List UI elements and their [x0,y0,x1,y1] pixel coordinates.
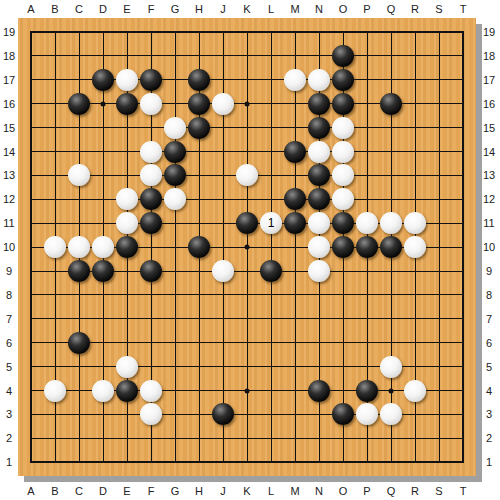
coord-label-left-2: 2 [6,432,12,444]
stone-white-R4 [404,380,426,402]
go-board[interactable]: 1 [18,18,476,476]
stone-white-D4 [92,380,114,402]
stone-black-Q16 [380,93,402,115]
coord-label-top-P: P [363,3,370,15]
coord-label-right-13: 13 [483,169,495,181]
coord-label-left-5: 5 [6,361,12,373]
coord-label-left-1: 1 [6,456,12,468]
coord-label-top-J: J [220,3,226,15]
coord-label-top-F: F [148,3,155,15]
star-point [245,388,250,393]
coord-label-bottom-O: O [339,485,348,497]
stone-black-N12 [308,188,330,210]
coord-label-left-7: 7 [6,313,12,325]
coord-label-left-11: 11 [3,217,14,229]
stone-black-O3 [332,403,354,425]
coord-label-top-S: S [435,3,442,15]
star-point [101,101,106,106]
coord-label-right-5: 5 [486,361,492,373]
grid-line-horizontal [30,438,464,439]
stone-white-O12 [332,188,354,210]
coord-label-bottom-C: C [75,485,83,497]
coord-label-left-15: 15 [3,122,15,134]
stone-white-N10 [308,236,330,258]
stone-black-E16 [116,93,138,115]
stone-white-B10 [44,236,66,258]
stone-black-M12 [284,188,306,210]
star-point [245,101,250,106]
coord-label-top-R: R [411,3,419,15]
stone-black-C6 [68,332,90,354]
grid-line-vertical [462,31,464,463]
stone-white-J9 [212,260,234,282]
stone-white-R10 [404,236,426,258]
coord-label-right-4: 4 [486,385,492,397]
stone-black-F11 [140,212,162,234]
coord-label-top-C: C [75,3,83,15]
coord-label-left-16: 16 [3,98,15,110]
stone-white-E5 [116,356,138,378]
stone-black-E4 [116,380,138,402]
coord-label-right-19: 19 [483,26,495,38]
coord-label-top-H: H [195,3,203,15]
stone-white-E11 [116,212,138,234]
stone-white-F4 [140,380,162,402]
stone-black-J3 [212,403,234,425]
stone-black-O17 [332,69,354,91]
coord-label-left-8: 8 [6,289,12,301]
coord-label-left-3: 3 [6,408,12,420]
coord-label-bottom-G: G [171,485,180,497]
go-diagram: 1 AABBCCDDEEFFGGHHJJKKLLMMNNOOPPQQRRSSTT… [0,0,500,500]
coord-label-right-12: 12 [483,193,495,205]
stone-black-N13 [308,164,330,186]
stone-white-G12 [164,188,186,210]
grid-line-horizontal [30,461,464,463]
coord-label-left-14: 14 [3,146,15,158]
coord-label-bottom-B: B [51,485,58,497]
stone-white-Q5 [380,356,402,378]
stone-white-P3 [356,403,378,425]
coord-label-bottom-H: H [195,485,203,497]
coord-label-bottom-L: L [268,485,274,497]
stone-white-K13 [236,164,258,186]
stone-black-Q10 [380,236,402,258]
stone-black-H17 [188,69,210,91]
stone-white-O13 [332,164,354,186]
stone-black-N4 [308,380,330,402]
stone-white-C13 [68,164,90,186]
coord-label-top-N: N [315,3,323,15]
stone-black-C9 [68,260,90,282]
coord-label-right-3: 3 [486,408,492,420]
grid-line-horizontal [30,294,464,295]
star-point [389,388,394,393]
stone-black-P4 [356,380,378,402]
coord-label-right-18: 18 [483,50,495,62]
coord-label-bottom-S: S [435,485,442,497]
coord-label-right-14: 14 [483,146,495,158]
stone-black-E10 [116,236,138,258]
coord-label-left-13: 13 [3,169,15,181]
coord-label-bottom-T: T [460,485,467,497]
coord-label-bottom-M: M [290,485,299,497]
coord-label-left-4: 4 [6,385,12,397]
coord-label-right-1: 1 [486,456,492,468]
coord-label-top-O: O [339,3,348,15]
coord-label-top-Q: Q [387,3,396,15]
coord-label-top-M: M [290,3,299,15]
grid-line-vertical [295,31,296,463]
stone-white-D10 [92,236,114,258]
stone-black-F9 [140,260,162,282]
coord-label-bottom-D: D [99,485,107,497]
stone-white-N14 [308,141,330,163]
stone-black-P10 [356,236,378,258]
stone-black-D9 [92,260,114,282]
move-number-label: 1 [268,217,275,229]
stone-white-F3 [140,403,162,425]
coord-label-left-9: 9 [6,265,12,277]
coord-label-left-6: 6 [6,337,12,349]
stone-white-E12 [116,188,138,210]
stone-white-C10 [68,236,90,258]
stone-black-O10 [332,236,354,258]
stone-black-M11 [284,212,306,234]
stone-black-H15 [188,117,210,139]
grid-line-vertical [271,31,272,463]
coord-label-left-18: 18 [3,50,15,62]
stone-white-O15 [332,117,354,139]
stone-black-F12 [140,188,162,210]
coord-label-top-G: G [171,3,180,15]
coord-label-top-B: B [51,3,58,15]
coord-label-left-10: 10 [3,241,15,253]
coord-label-left-12: 12 [3,193,15,205]
coord-label-top-D: D [99,3,107,15]
stone-white-O14 [332,141,354,163]
stone-white-N9 [308,260,330,282]
coord-label-top-K: K [243,3,250,15]
coord-label-left-17: 17 [3,74,15,86]
grid-line-vertical [439,31,440,463]
coord-label-bottom-E: E [123,485,130,497]
stone-white-Q3 [380,403,402,425]
coord-label-right-17: 17 [483,74,495,86]
coord-label-right-10: 10 [483,241,495,253]
stone-white-J16 [212,93,234,115]
stone-black-F17 [140,69,162,91]
coord-label-right-8: 8 [486,289,492,301]
stone-white-R11 [404,212,426,234]
stone-black-O16 [332,93,354,115]
coord-label-bottom-P: P [363,485,370,497]
stone-black-K11 [236,212,258,234]
stone-black-O18 [332,45,354,67]
stone-white-B4 [44,380,66,402]
coord-label-top-A: A [27,3,34,15]
stone-white-F13 [140,164,162,186]
grid-line-horizontal [30,318,464,319]
coord-label-right-15: 15 [483,122,495,134]
coord-label-top-L: L [268,3,274,15]
coord-label-top-E: E [123,3,130,15]
stone-black-D17 [92,69,114,91]
stone-white-F14 [140,141,162,163]
stone-black-M14 [284,141,306,163]
coord-label-bottom-Q: Q [387,485,396,497]
coord-label-bottom-N: N [315,485,323,497]
coord-label-left-19: 19 [3,26,15,38]
coord-label-bottom-R: R [411,485,419,497]
star-point [245,245,250,250]
stone-white-E17 [116,69,138,91]
stone-white-G15 [164,117,186,139]
stone-black-G13 [164,164,186,186]
grid-line-horizontal [30,342,464,343]
stone-white-P11 [356,212,378,234]
stone-black-H16 [188,93,210,115]
coord-label-right-6: 6 [486,337,492,349]
stone-black-C16 [68,93,90,115]
coord-label-bottom-K: K [243,485,250,497]
stone-black-G14 [164,141,186,163]
coord-label-right-16: 16 [483,98,495,110]
stone-black-H10 [188,236,210,258]
coord-label-bottom-J: J [220,485,226,497]
stone-white-F16 [140,93,162,115]
stone-white-N17 [308,69,330,91]
stone-black-O11 [332,212,354,234]
coord-label-right-7: 7 [486,313,492,325]
stone-black-N16 [308,93,330,115]
coord-label-right-9: 9 [486,265,492,277]
stone-white-N11 [308,212,330,234]
stone-black-N15 [308,117,330,139]
stone-white-M17 [284,69,306,91]
coord-label-top-T: T [460,3,467,15]
stone-black-L9 [260,260,282,282]
coord-label-right-2: 2 [486,432,492,444]
coord-label-bottom-A: A [27,485,34,497]
coord-label-right-11: 11 [483,217,494,229]
coord-label-bottom-F: F [148,485,155,497]
stone-white-Q11 [380,212,402,234]
stone-white-L11: 1 [260,212,282,234]
